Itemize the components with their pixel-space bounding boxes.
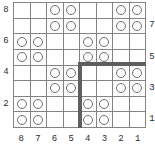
cell-c7-r4[interactable] (31, 66, 47, 81)
cell-c6-r7[interactable] (47, 19, 63, 34)
circle-marker (99, 99, 109, 109)
circle-marker (132, 68, 142, 78)
row-label-left-4: 4 (1, 67, 11, 78)
cell-c8-r5[interactable] (14, 50, 30, 65)
cell-c7-r1[interactable] (31, 112, 47, 127)
cell-c6-r8[interactable] (47, 3, 63, 18)
cell-c4-r2[interactable] (80, 97, 96, 112)
cell-c6-r4[interactable] (47, 66, 63, 81)
row-label-left-6: 6 (1, 36, 11, 47)
cell-c1-r8[interactable] (130, 3, 146, 18)
cell-c2-r1[interactable] (113, 112, 129, 127)
circle-marker (17, 99, 27, 109)
cell-c6-r1[interactable] (47, 112, 63, 127)
circle-marker (83, 99, 93, 109)
circle-marker (132, 5, 142, 15)
cell-c7-r2[interactable] (31, 97, 47, 112)
circle-marker (66, 68, 76, 78)
column-label-6: 6 (46, 133, 63, 145)
circle-marker (99, 115, 109, 125)
row-label-right-3: 3 (147, 83, 155, 94)
circle-marker (33, 52, 43, 62)
cell-c8-r6[interactable] (14, 34, 30, 49)
circle-marker (116, 5, 126, 15)
cell-c8-r8[interactable] (14, 3, 30, 18)
circle-marker (66, 21, 76, 31)
circle-marker (116, 21, 126, 31)
cell-c8-r3[interactable] (14, 81, 30, 96)
cell-c3-r4[interactable] (97, 66, 113, 81)
row-label-right-1: 1 (147, 114, 155, 125)
cell-c7-r6[interactable] (31, 34, 47, 49)
column-label-4: 4 (80, 133, 97, 145)
column-label-1: 1 (129, 133, 146, 145)
cell-c2-r6[interactable] (113, 34, 129, 49)
cell-c3-r1[interactable] (97, 112, 113, 127)
row-label-left-2: 2 (1, 99, 11, 110)
row-label-right-5: 5 (147, 52, 155, 63)
cell-c1-r1[interactable] (130, 112, 146, 127)
circle-marker (33, 99, 43, 109)
circle-marker (33, 115, 43, 125)
circle-marker (17, 37, 27, 47)
cell-c6-r5[interactable] (47, 50, 63, 65)
circle-marker (83, 52, 93, 62)
cell-c1-r3[interactable] (130, 81, 146, 96)
circle-marker (17, 115, 27, 125)
circle-marker (66, 83, 76, 93)
cell-c1-r2[interactable] (130, 97, 146, 112)
cell-c3-r8[interactable] (97, 3, 113, 18)
circle-marker (99, 52, 109, 62)
region-border-vertical (78, 62, 82, 128)
cell-c8-r7[interactable] (14, 19, 30, 34)
cell-c4-r3[interactable] (80, 81, 96, 96)
cell-c2-r8[interactable] (113, 3, 129, 18)
cell-c4-r1[interactable] (80, 112, 96, 127)
circle-marker (132, 83, 142, 93)
cell-c5-r7[interactable] (64, 19, 80, 34)
cell-c7-r8[interactable] (31, 3, 47, 18)
cell-c1-r4[interactable] (130, 66, 146, 81)
row-label-left-8: 8 (1, 5, 11, 16)
cell-c4-r6[interactable] (80, 34, 96, 49)
circle-marker (116, 68, 126, 78)
cell-c1-r7[interactable] (130, 19, 146, 34)
cell-c4-r7[interactable] (80, 19, 96, 34)
column-label-3: 3 (96, 133, 113, 145)
circle-marker (17, 52, 27, 62)
cell-c6-r3[interactable] (47, 81, 63, 96)
region-border-horizontal (78, 62, 147, 66)
cell-c4-r8[interactable] (80, 3, 96, 18)
cell-c8-r1[interactable] (14, 112, 30, 127)
circle-marker (116, 83, 126, 93)
cell-c7-r7[interactable] (31, 19, 47, 34)
circle-marker (66, 5, 76, 15)
cell-c6-r2[interactable] (47, 97, 63, 112)
cell-c7-r3[interactable] (31, 81, 47, 96)
circle-marker (83, 115, 93, 125)
cell-c8-r4[interactable] (14, 66, 30, 81)
cell-c2-r7[interactable] (113, 19, 129, 34)
circle-marker (50, 68, 60, 78)
column-label-7: 7 (30, 133, 47, 145)
cell-c8-r2[interactable] (14, 97, 30, 112)
circle-marker (50, 21, 60, 31)
cell-c6-r6[interactable] (47, 34, 63, 49)
column-label-5: 5 (63, 133, 80, 145)
circle-marker (99, 37, 109, 47)
column-label-8: 8 (13, 133, 30, 145)
cell-c3-r2[interactable] (97, 97, 113, 112)
circle-marker (50, 5, 60, 15)
column-label-2: 2 (113, 133, 130, 145)
cell-c2-r2[interactable] (113, 97, 129, 112)
cell-c2-r4[interactable] (113, 66, 129, 81)
circle-marker (132, 21, 142, 31)
cell-c2-r3[interactable] (113, 81, 129, 96)
circle-marker (33, 37, 43, 47)
cell-c1-r6[interactable] (130, 34, 146, 49)
cell-c5-r8[interactable] (64, 3, 80, 18)
cell-c3-r6[interactable] (97, 34, 113, 49)
cell-c5-r6[interactable] (64, 34, 80, 49)
cell-c3-r3[interactable] (97, 81, 113, 96)
cell-c4-r4[interactable] (80, 66, 96, 81)
circle-marker (83, 37, 93, 47)
bottom-coordinate-labels: 87654321 (13, 133, 146, 145)
circle-marker (50, 83, 60, 93)
cell-c3-r7[interactable] (97, 19, 113, 34)
puzzle-diagram: 87654321 86427531 (0, 0, 155, 147)
cell-c7-r5[interactable] (31, 50, 47, 65)
row-label-right-7: 7 (147, 20, 155, 31)
